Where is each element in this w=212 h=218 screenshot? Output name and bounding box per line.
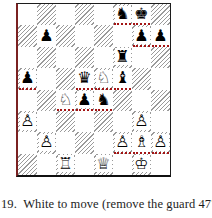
white-pawn-b2: ♙: [39, 134, 55, 151]
square-e7: [94, 25, 113, 46]
white-pawn-g3: ♙: [134, 113, 150, 130]
square-f3: [113, 111, 132, 132]
square-d7: [75, 25, 94, 46]
square-c7: [56, 25, 75, 46]
square-c1: ♖: [56, 154, 75, 175]
black-knight-e4: ♞: [96, 91, 112, 108]
white-knight-c4: ♘: [58, 91, 74, 108]
white-knight-e5: ♘: [96, 70, 112, 87]
square-f6: ♜: [113, 47, 132, 68]
square-c6: [56, 47, 75, 68]
black-king-g8: ♚: [134, 6, 150, 23]
square-e4: ♞: [94, 90, 113, 111]
square-b7: ♟: [37, 25, 56, 46]
white-pawn-h2: ♙: [153, 134, 169, 151]
square-a5: ♟: [18, 68, 37, 89]
square-h3: [151, 111, 170, 132]
square-d1: [75, 154, 94, 175]
square-f8: ♞: [113, 4, 132, 25]
square-g7: ♟: [132, 25, 151, 46]
white-queen-e1: ♕: [96, 155, 112, 172]
square-g3: ♙: [132, 111, 151, 132]
square-f5: ♝: [113, 68, 132, 89]
square-h6: [151, 47, 170, 68]
square-g1: ♔: [132, 154, 151, 175]
square-d6: [75, 47, 94, 68]
square-a8: [18, 4, 37, 25]
square-a6: [18, 47, 37, 68]
square-b6: [37, 47, 56, 68]
square-h1: [151, 154, 170, 175]
square-e1: ♕: [94, 154, 113, 175]
square-c8: [56, 4, 75, 25]
square-b1: [37, 154, 56, 175]
square-f2: ♙: [113, 132, 132, 153]
square-d8: [75, 4, 94, 25]
square-c2: [56, 132, 75, 153]
square-c5: [56, 68, 75, 89]
square-b2: ♙: [37, 132, 56, 153]
square-a2: [18, 132, 37, 153]
black-rook-f6: ♜: [115, 48, 131, 65]
chess-board: ♞♚♟♟♟♜♟♛♘♝♘♟♞♙♙♙♙♗♙♖♕♔: [16, 3, 171, 177]
white-pawn-a3: ♙: [20, 113, 36, 130]
square-a4: [18, 90, 37, 111]
square-b5: [37, 68, 56, 89]
square-h8: [151, 4, 170, 25]
square-e8: [94, 4, 113, 25]
black-knight-f8: ♞: [115, 6, 131, 23]
square-e2: [94, 132, 113, 153]
black-pawn-h7: ♟: [153, 27, 169, 44]
square-e5: ♘: [94, 68, 113, 89]
white-bishop-g2: ♗: [134, 134, 150, 151]
square-g5: [132, 68, 151, 89]
diagram-caption: 19. White to move (remove the guard 477): [1, 197, 212, 212]
square-g6: [132, 47, 151, 68]
square-c3: [56, 111, 75, 132]
square-g4: [132, 90, 151, 111]
square-f1: [113, 154, 132, 175]
square-e3: [94, 111, 113, 132]
black-pawn-d4: ♟: [77, 91, 93, 108]
square-b4: [37, 90, 56, 111]
square-a3: ♙: [18, 111, 37, 132]
square-d2: [75, 132, 94, 153]
square-d3: [75, 111, 94, 132]
white-pawn-f2: ♙: [115, 134, 131, 151]
square-h5: [151, 68, 170, 89]
square-g8: ♚: [132, 4, 151, 25]
square-g2: ♗: [132, 132, 151, 153]
white-king-g1: ♔: [134, 155, 150, 172]
square-a1: [18, 154, 37, 175]
square-b8: [37, 4, 56, 25]
square-e6: [94, 47, 113, 68]
square-h4: [151, 90, 170, 111]
square-b3: [37, 111, 56, 132]
square-c4: ♘: [56, 90, 75, 111]
square-f4: [113, 90, 132, 111]
square-f7: [113, 25, 132, 46]
black-queen-d5: ♛: [77, 70, 93, 87]
black-pawn-a5: ♟: [20, 70, 36, 87]
square-d4: ♟: [75, 90, 94, 111]
black-pawn-g7: ♟: [134, 27, 150, 44]
square-h7: ♟: [151, 25, 170, 46]
black-pawn-b7: ♟: [39, 27, 55, 44]
white-rook-c1: ♖: [58, 155, 74, 172]
black-bishop-f5: ♝: [115, 70, 131, 87]
square-d5: ♛: [75, 68, 94, 89]
square-h2: ♙: [151, 132, 170, 153]
square-a7: [18, 25, 37, 46]
